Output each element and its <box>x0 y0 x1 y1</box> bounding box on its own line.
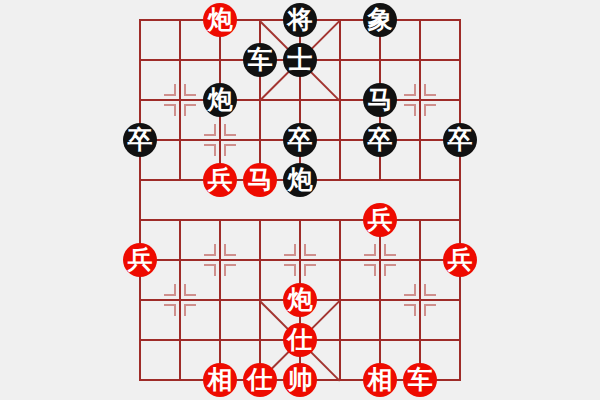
point-f0-r6[interactable]: 兵 <box>120 240 160 280</box>
point-f7-r5[interactable] <box>400 200 440 240</box>
point-f5-r4[interactable] <box>320 160 360 200</box>
piece-red-elephant[interactable]: 相 <box>363 363 397 397</box>
piece-black-advisor[interactable]: 士 <box>283 43 317 77</box>
point-f1-r0[interactable] <box>160 0 200 40</box>
point-f2-r3[interactable] <box>200 120 240 160</box>
point-f5-r8[interactable] <box>320 320 360 360</box>
point-f4-r0[interactable]: 将 <box>280 0 320 40</box>
point-f4-r5[interactable] <box>280 200 320 240</box>
point-f3-r6[interactable] <box>240 240 280 280</box>
piece-red-soldier[interactable]: 兵 <box>203 163 237 197</box>
point-f0-r3[interactable]: 卒 <box>120 120 160 160</box>
piece-black-soldier[interactable]: 卒 <box>363 123 397 157</box>
point-f2-r9[interactable]: 相 <box>200 360 240 400</box>
piece-black-cannon[interactable]: 炮 <box>203 83 237 117</box>
point-f5-r9[interactable] <box>320 360 360 400</box>
point-f8-r7[interactable] <box>440 280 480 320</box>
point-f1-r3[interactable] <box>160 120 200 160</box>
piece-black-soldier[interactable]: 卒 <box>443 123 477 157</box>
point-f7-r8[interactable] <box>400 320 440 360</box>
point-f1-r5[interactable] <box>160 200 200 240</box>
piece-black-horse[interactable]: 马 <box>363 83 397 117</box>
point-f8-r4[interactable] <box>440 160 480 200</box>
point-f8-r8[interactable] <box>440 320 480 360</box>
point-f1-r9[interactable] <box>160 360 200 400</box>
piece-black-soldier[interactable]: 卒 <box>283 123 317 157</box>
point-f7-r6[interactable] <box>400 240 440 280</box>
point-f1-r1[interactable] <box>160 40 200 80</box>
point-f6-r3[interactable]: 卒 <box>360 120 400 160</box>
point-f7-r0[interactable] <box>400 0 440 40</box>
point-f4-r3[interactable]: 卒 <box>280 120 320 160</box>
point-f3-r8[interactable] <box>240 320 280 360</box>
point-f6-r5[interactable]: 兵 <box>360 200 400 240</box>
point-f5-r3[interactable] <box>320 120 360 160</box>
point-f1-r8[interactable] <box>160 320 200 360</box>
point-f8-r1[interactable] <box>440 40 480 80</box>
piece-red-chariot[interactable]: 车 <box>403 363 437 397</box>
point-f0-r9[interactable] <box>120 360 160 400</box>
point-f1-r6[interactable] <box>160 240 200 280</box>
piece-red-soldier[interactable]: 兵 <box>363 203 397 237</box>
piece-red-advisor[interactable]: 仕 <box>283 323 317 357</box>
point-f6-r8[interactable] <box>360 320 400 360</box>
piece-black-elephant[interactable]: 象 <box>363 3 397 37</box>
point-f8-r9[interactable] <box>440 360 480 400</box>
point-f6-r0[interactable]: 象 <box>360 0 400 40</box>
point-f5-r7[interactable] <box>320 280 360 320</box>
point-f5-r5[interactable] <box>320 200 360 240</box>
piece-black-cannon[interactable]: 炮 <box>283 163 317 197</box>
point-f3-r1[interactable]: 车 <box>240 40 280 80</box>
point-f1-r4[interactable] <box>160 160 200 200</box>
point-f4-r2[interactable] <box>280 80 320 120</box>
point-f8-r6[interactable]: 兵 <box>440 240 480 280</box>
point-f1-r7[interactable] <box>160 280 200 320</box>
piece-red-horse[interactable]: 马 <box>243 163 277 197</box>
point-f2-r4[interactable]: 兵 <box>200 160 240 200</box>
xiangqi-board: 炮将象车士炮马卒卒卒卒兵马炮兵兵兵炮仕相仕帅相车 <box>120 0 480 400</box>
point-f2-r1[interactable] <box>200 40 240 80</box>
piece-red-cannon[interactable]: 炮 <box>203 3 237 37</box>
point-f4-r7[interactable]: 炮 <box>280 280 320 320</box>
piece-black-chariot[interactable]: 车 <box>243 43 277 77</box>
piece-red-general[interactable]: 帅 <box>283 363 317 397</box>
point-f8-r5[interactable] <box>440 200 480 240</box>
point-f0-r8[interactable] <box>120 320 160 360</box>
piece-black-general[interactable]: 将 <box>283 3 317 37</box>
point-f2-r2[interactable]: 炮 <box>200 80 240 120</box>
point-f7-r7[interactable] <box>400 280 440 320</box>
point-f2-r0[interactable]: 炮 <box>200 0 240 40</box>
point-f8-r3[interactable]: 卒 <box>440 120 480 160</box>
point-f8-r2[interactable] <box>440 80 480 120</box>
point-f3-r9[interactable]: 仕 <box>240 360 280 400</box>
piece-black-soldier[interactable]: 卒 <box>123 123 157 157</box>
point-f7-r1[interactable] <box>400 40 440 80</box>
point-f4-r1[interactable]: 士 <box>280 40 320 80</box>
point-f0-r4[interactable] <box>120 160 160 200</box>
point-f0-r0[interactable] <box>120 0 160 40</box>
point-f7-r3[interactable] <box>400 120 440 160</box>
point-f4-r8[interactable]: 仕 <box>280 320 320 360</box>
point-f7-r2[interactable] <box>400 80 440 120</box>
point-f3-r0[interactable] <box>240 0 280 40</box>
point-f0-r2[interactable] <box>120 80 160 120</box>
piece-red-soldier[interactable]: 兵 <box>123 243 157 277</box>
point-f2-r7[interactable] <box>200 280 240 320</box>
piece-red-advisor[interactable]: 仕 <box>243 363 277 397</box>
point-f3-r7[interactable] <box>240 280 280 320</box>
point-f2-r8[interactable] <box>200 320 240 360</box>
point-f7-r4[interactable] <box>400 160 440 200</box>
point-f2-r5[interactable] <box>200 200 240 240</box>
point-f6-r7[interactable] <box>360 280 400 320</box>
point-f4-r4[interactable]: 炮 <box>280 160 320 200</box>
point-f3-r2[interactable] <box>240 80 280 120</box>
point-f4-r6[interactable] <box>280 240 320 280</box>
point-f5-r1[interactable] <box>320 40 360 80</box>
point-f6-r6[interactable] <box>360 240 400 280</box>
point-f3-r5[interactable] <box>240 200 280 240</box>
point-f3-r4[interactable]: 马 <box>240 160 280 200</box>
point-f0-r5[interactable] <box>120 200 160 240</box>
board-points-grid: 炮将象车士炮马卒卒卒卒兵马炮兵兵兵炮仕相仕帅相车 <box>120 0 480 400</box>
piece-red-elephant[interactable]: 相 <box>203 363 237 397</box>
point-f1-r2[interactable] <box>160 80 200 120</box>
piece-red-soldier[interactable]: 兵 <box>443 243 477 277</box>
piece-red-cannon[interactable]: 炮 <box>283 283 317 317</box>
point-f5-r0[interactable] <box>320 0 360 40</box>
point-f7-r9[interactable]: 车 <box>400 360 440 400</box>
point-f6-r9[interactable]: 相 <box>360 360 400 400</box>
point-f0-r1[interactable] <box>120 40 160 80</box>
point-f4-r9[interactable]: 帅 <box>280 360 320 400</box>
point-f5-r2[interactable] <box>320 80 360 120</box>
point-f0-r7[interactable] <box>120 280 160 320</box>
point-f3-r3[interactable] <box>240 120 280 160</box>
point-f8-r0[interactable] <box>440 0 480 40</box>
point-f6-r1[interactable] <box>360 40 400 80</box>
point-f6-r4[interactable] <box>360 160 400 200</box>
point-f5-r6[interactable] <box>320 240 360 280</box>
point-f2-r6[interactable] <box>200 240 240 280</box>
point-f6-r2[interactable]: 马 <box>360 80 400 120</box>
